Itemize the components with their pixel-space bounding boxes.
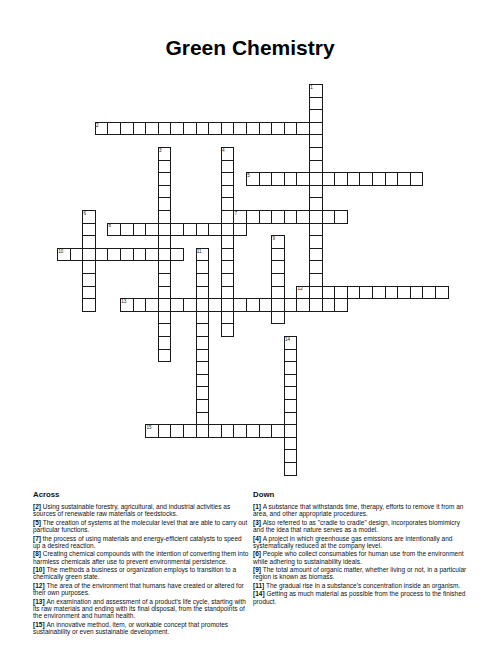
grid-cell[interactable] — [196, 336, 210, 350]
clue-text: Getting as much material as possible fro… — [253, 590, 465, 604]
grid-cell[interactable] — [145, 424, 159, 438]
grid-cell[interactable] — [196, 412, 210, 426]
grid-cell[interactable] — [196, 361, 210, 375]
grid-cell[interactable] — [322, 210, 336, 224]
clue-text: A substance that withstands time, therap… — [253, 503, 463, 517]
clue-number: [9] — [253, 566, 263, 573]
grid-cell[interactable] — [158, 235, 172, 249]
grid-cell[interactable] — [221, 147, 235, 161]
clue-number: [3] — [253, 519, 263, 526]
grid-cell[interactable] — [158, 298, 172, 312]
grid-cell[interactable] — [309, 197, 323, 211]
grid-cell[interactable] — [422, 286, 436, 300]
clue-number: [8] — [33, 550, 43, 557]
grid-cell[interactable] — [107, 248, 121, 262]
clue-text: Also referred to as "cradle to cradle" d… — [253, 519, 460, 533]
clue-number: [11] — [253, 582, 266, 589]
grid-cell[interactable] — [196, 122, 210, 136]
grid-cell[interactable] — [70, 248, 84, 262]
crossword-grid: 123456789101112131415 — [57, 84, 448, 475]
grid-cell[interactable] — [284, 424, 298, 438]
clue-number: [6] — [253, 550, 263, 557]
across-heading: Across — [33, 490, 249, 499]
grid-cell[interactable] — [309, 172, 323, 186]
grid-cell[interactable] — [271, 311, 285, 325]
grid-cell[interactable] — [158, 323, 172, 337]
across-clues-section: Across [2] Using sustainable forestry, a… — [33, 490, 249, 637]
clue-item: [1] A substance that withstands time, th… — [253, 503, 469, 518]
grid-cell[interactable] — [309, 84, 323, 98]
grid-cell[interactable] — [158, 210, 172, 224]
grid-cell[interactable] — [347, 286, 361, 300]
grid-cell[interactable] — [271, 260, 285, 274]
grid-cell[interactable] — [107, 223, 121, 237]
grid-cell[interactable] — [221, 160, 235, 174]
grid-cell[interactable] — [183, 122, 197, 136]
grid-cell[interactable] — [271, 424, 285, 438]
grid-cell[interactable] — [271, 122, 285, 136]
down-heading: Down — [253, 490, 469, 499]
grid-cell[interactable] — [120, 298, 134, 312]
grid-cell[interactable] — [221, 122, 235, 136]
grid-cell[interactable] — [296, 286, 310, 300]
grid-cell[interactable] — [158, 172, 172, 186]
grid-cell[interactable] — [196, 424, 210, 438]
grid-cell[interactable] — [334, 172, 348, 186]
grid-cell[interactable] — [196, 399, 210, 413]
grid-cell[interactable] — [271, 286, 285, 300]
grid-cell[interactable] — [170, 122, 184, 136]
grid-cell[interactable] — [221, 197, 235, 211]
down-clues-section: Down [1] A substance that withstands tim… — [253, 490, 469, 606]
grid-cell[interactable] — [170, 223, 184, 237]
grid-cell[interactable] — [196, 298, 210, 312]
clue-text: the process of using materials and energ… — [33, 535, 242, 549]
clue-text: An innovative method, item, or workable … — [33, 621, 228, 635]
grid-cell[interactable] — [158, 223, 172, 237]
grid-cell[interactable] — [95, 122, 109, 136]
grid-cell[interactable] — [372, 172, 386, 186]
grid-cell[interactable] — [284, 437, 298, 451]
grid-cell[interactable] — [196, 374, 210, 388]
grid-cell[interactable] — [170, 248, 184, 262]
grid-cell[interactable] — [233, 298, 247, 312]
grid-cell[interactable] — [158, 336, 172, 350]
grid-cell[interactable] — [284, 336, 298, 350]
grid-cell[interactable] — [196, 311, 210, 325]
clue-number: [5] — [33, 519, 43, 526]
grid-cell[interactable] — [397, 286, 411, 300]
grid-cell[interactable] — [284, 412, 298, 426]
grid-cell[interactable] — [145, 248, 159, 262]
clue-item: [9] The total amount of organic matter, … — [253, 566, 469, 581]
grid-cell[interactable] — [196, 286, 210, 300]
grid-cell[interactable] — [196, 273, 210, 287]
grid-cell[interactable] — [322, 172, 336, 186]
grid-cell[interactable] — [82, 273, 96, 287]
grid-cell[interactable] — [183, 424, 197, 438]
grid-cell[interactable] — [296, 210, 310, 224]
clue-text: The total amount of organic matter, whet… — [253, 566, 466, 580]
grid-cell[interactable] — [158, 248, 172, 262]
grid-cell[interactable] — [120, 122, 134, 136]
grid-cell[interactable] — [284, 386, 298, 400]
clue-text: An examination and assessment of a produ… — [33, 598, 246, 620]
clue-item: [11] The gradual rise in a substance's c… — [253, 582, 469, 589]
grid-cell[interactable] — [309, 97, 323, 111]
grid-cell[interactable] — [246, 122, 260, 136]
grid-cell[interactable] — [221, 298, 235, 312]
grid-cell[interactable] — [196, 323, 210, 337]
grid-cell[interactable] — [158, 160, 172, 174]
clue-item: [12] The area of the environment that hu… — [33, 582, 249, 597]
grid-cell[interactable] — [309, 260, 323, 274]
grid-cell[interactable] — [221, 185, 235, 199]
grid-cell[interactable] — [183, 298, 197, 312]
grid-cell[interactable] — [246, 210, 260, 224]
grid-cell[interactable] — [410, 286, 424, 300]
grid-cell[interactable] — [309, 286, 323, 300]
grid-cell[interactable] — [158, 286, 172, 300]
grid-cell[interactable] — [196, 223, 210, 237]
grid-cell[interactable] — [271, 172, 285, 186]
puzzle-title: Green Chemistry — [0, 36, 500, 60]
grid-cell[interactable] — [221, 311, 235, 325]
grid-cell[interactable] — [309, 160, 323, 174]
grid-cell[interactable] — [196, 349, 210, 363]
grid-cell[interactable] — [322, 286, 336, 300]
grid-cell[interactable] — [133, 223, 147, 237]
grid-cell[interactable] — [208, 223, 222, 237]
grid-cell[interactable] — [196, 386, 210, 400]
grid-cell[interactable] — [410, 172, 424, 186]
grid-cell[interactable] — [208, 122, 222, 136]
grid-cell[interactable] — [309, 185, 323, 199]
grid-cell[interactable] — [284, 374, 298, 388]
clue-number: [7] — [33, 535, 43, 542]
grid-cell[interactable] — [183, 223, 197, 237]
grid-cell[interactable] — [385, 172, 399, 186]
clue-item: [15] An innovative method, item, or work… — [33, 621, 249, 636]
grid-cell[interactable] — [158, 185, 172, 199]
grid-cell[interactable] — [309, 273, 323, 287]
grid-cell[interactable] — [271, 273, 285, 287]
grid-cell[interactable] — [133, 122, 147, 136]
clue-item: [8] Creating chemical compounds with the… — [33, 550, 249, 565]
grid-cell[interactable] — [296, 298, 310, 312]
grid-cell[interactable] — [309, 223, 323, 237]
grid-cell[interactable] — [334, 298, 348, 312]
grid-cell[interactable] — [82, 223, 96, 237]
clue-text: Using sustainable forestry, agricultural… — [33, 503, 230, 517]
grid-cell[interactable] — [145, 298, 159, 312]
clue-item: [10] The methods a business or organizat… — [33, 566, 249, 581]
grid-cell[interactable] — [82, 235, 96, 249]
grid-cell[interactable] — [82, 248, 96, 262]
grid-cell[interactable] — [246, 424, 260, 438]
grid-cell[interactable] — [221, 260, 235, 274]
grid-cell[interactable] — [145, 122, 159, 136]
grid-cell[interactable] — [158, 147, 172, 161]
clue-item: [6] People who collect consumables for h… — [253, 550, 469, 565]
clue-item: [5] The creation of systems at the molec… — [33, 519, 249, 534]
clue-text: Creating chemical compounds with the int… — [33, 550, 248, 564]
grid-cell[interactable] — [309, 134, 323, 148]
grid-cell[interactable] — [158, 122, 172, 136]
clue-number: [14] — [253, 590, 266, 597]
grid-cell[interactable] — [145, 223, 159, 237]
clue-item: [13] An examination and assessment of a … — [33, 598, 249, 620]
grid-cell[interactable] — [233, 424, 247, 438]
grid-cell[interactable] — [259, 172, 273, 186]
grid-cell[interactable] — [221, 210, 235, 224]
grid-cell[interactable] — [221, 424, 235, 438]
grid-cell[interactable] — [120, 223, 134, 237]
grid-cell[interactable] — [359, 172, 373, 186]
clue-text: The gradual rise in a substance's concen… — [266, 582, 460, 589]
grid-cell[interactable] — [334, 286, 348, 300]
clue-text: The area of the environment that humans … — [33, 582, 244, 596]
grid-cell[interactable] — [246, 298, 260, 312]
grid-cell[interactable] — [347, 172, 361, 186]
grid-cell[interactable] — [221, 323, 235, 337]
grid-cell[interactable] — [233, 122, 247, 136]
clue-text: People who collect consumables for human… — [253, 550, 464, 564]
grid-cell[interactable] — [284, 399, 298, 413]
clue-text: The creation of systems at the molecular… — [33, 519, 247, 533]
grid-cell[interactable] — [120, 248, 134, 262]
grid-cell[interactable] — [259, 210, 273, 224]
grid-cell[interactable] — [158, 349, 172, 363]
grid-cell[interactable] — [435, 286, 449, 300]
grid-cell[interactable] — [259, 424, 273, 438]
grid-cell[interactable] — [284, 462, 298, 476]
grid-cell[interactable] — [233, 210, 247, 224]
grid-cell[interactable] — [221, 223, 235, 237]
grid-cell[interactable] — [158, 273, 172, 287]
clue-number: [12] — [33, 582, 46, 589]
clue-item: [3] Also referred to as "cradle to cradl… — [253, 519, 469, 534]
grid-cell[interactable] — [82, 260, 96, 274]
grid-cell[interactable] — [82, 210, 96, 224]
grid-cell[interactable] — [259, 298, 273, 312]
grid-cell[interactable] — [246, 172, 260, 186]
grid-cell[interactable] — [271, 210, 285, 224]
clue-number: [15] — [33, 621, 46, 628]
grid-cell[interactable] — [82, 298, 96, 312]
grid-cell[interactable] — [385, 286, 399, 300]
grid-cell[interactable] — [284, 122, 298, 136]
grid-cell[interactable] — [322, 298, 336, 312]
grid-cell[interactable] — [133, 248, 147, 262]
grid-cell[interactable] — [397, 172, 411, 186]
clue-number: [1] — [253, 503, 263, 510]
grid-cell[interactable] — [309, 122, 323, 136]
grid-cell[interactable] — [334, 210, 348, 224]
grid-cell[interactable] — [170, 424, 184, 438]
grid-cell[interactable] — [309, 235, 323, 249]
grid-cell[interactable] — [284, 449, 298, 463]
grid-cell[interactable] — [95, 248, 109, 262]
grid-cell[interactable] — [271, 248, 285, 262]
grid-cell[interactable] — [57, 248, 71, 262]
grid-cell[interactable] — [158, 424, 172, 438]
grid-cell[interactable] — [170, 298, 184, 312]
down-clue-list: [1] A substance that withstands time, th… — [253, 503, 469, 605]
clue-text: The methods a business or organization e… — [33, 566, 236, 580]
grid-cell[interactable] — [284, 349, 298, 363]
grid-cell[interactable] — [309, 248, 323, 262]
clue-item: [4] A project in which greenhouse gas em… — [253, 535, 469, 550]
grid-cell[interactable] — [309, 109, 323, 123]
grid-cell[interactable] — [208, 298, 222, 312]
grid-cell[interactable] — [82, 286, 96, 300]
clue-text: A project in which greenhouse gas emissi… — [253, 535, 452, 549]
grid-cell[interactable] — [259, 122, 273, 136]
grid-cell[interactable] — [221, 286, 235, 300]
grid-cell[interactable] — [296, 122, 310, 136]
across-clue-list: [2] Using sustainable forestry, agricult… — [33, 503, 249, 635]
grid-cell[interactable] — [221, 172, 235, 186]
grid-cell[interactable] — [309, 298, 323, 312]
clue-item: [14] Getting as much material as possibl… — [253, 590, 469, 605]
clue-item: [7] the process of using materials and e… — [33, 535, 249, 550]
grid-cell[interactable] — [221, 235, 235, 249]
grid-cell[interactable] — [271, 235, 285, 249]
clue-number: [10] — [33, 566, 46, 573]
grid-cell[interactable] — [221, 273, 235, 287]
grid-cell[interactable] — [107, 122, 121, 136]
grid-cell[interactable] — [158, 197, 172, 211]
grid-cell[interactable] — [284, 210, 298, 224]
grid-cell[interactable] — [133, 298, 147, 312]
grid-cell[interactable] — [359, 286, 373, 300]
clue-number: [13] — [33, 598, 46, 605]
grid-cell[interactable] — [158, 260, 172, 274]
grid-cell[interactable] — [372, 286, 386, 300]
grid-cell[interactable] — [296, 172, 310, 186]
grid-cell[interactable] — [158, 311, 172, 325]
grid-cell[interactable] — [284, 298, 298, 312]
grid-cell[interactable] — [221, 248, 235, 262]
clue-number: [2] — [33, 503, 43, 510]
grid-cell[interactable] — [208, 424, 222, 438]
grid-cell[interactable] — [271, 298, 285, 312]
clue-item: [2] Using sustainable forestry, agricult… — [33, 503, 249, 518]
grid-cell[interactable] — [284, 172, 298, 186]
grid-cell[interactable] — [196, 248, 210, 262]
grid-cell[interactable] — [309, 147, 323, 161]
grid-cell[interactable] — [309, 210, 323, 224]
grid-cell[interactable] — [196, 260, 210, 274]
grid-cell[interactable] — [284, 361, 298, 375]
grid-cell[interactable] — [233, 223, 247, 237]
clue-number: [4] — [253, 535, 263, 542]
